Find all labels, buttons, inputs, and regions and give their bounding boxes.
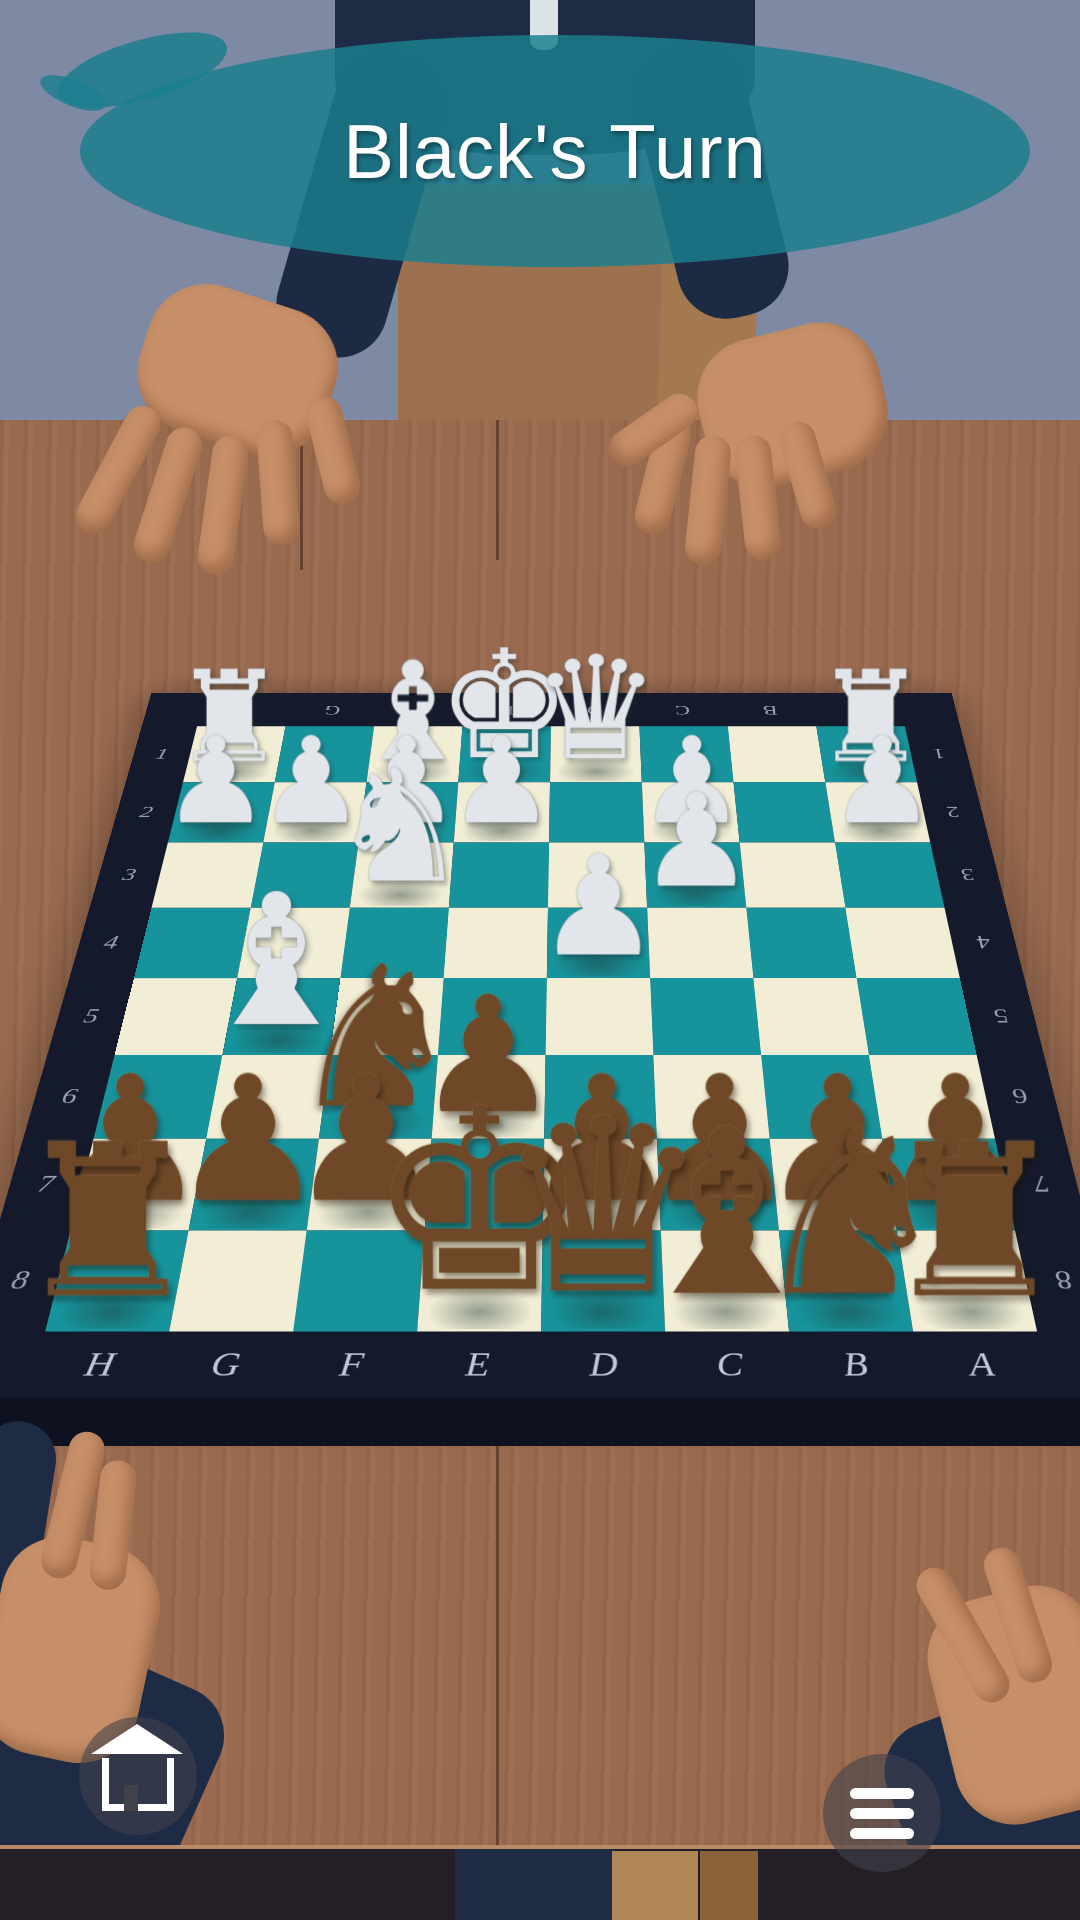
- board-frame-front-face: [0, 1398, 1080, 1446]
- file-labels-far: HGFEDCBA: [198, 697, 905, 723]
- square-b4[interactable]: [746, 908, 856, 979]
- piece-white-pawn-h2[interactable]: ♟: [162, 721, 269, 841]
- chessboard[interactable]: ♜♝♚♛♜♟♟♟♟♟♟♞♟♟♝♞♟♟♟♟♟♟♟♟♜♚♛♝♞♜: [45, 726, 1037, 1331]
- coord-label: 3: [936, 843, 1000, 908]
- coord-label: H: [198, 697, 291, 723]
- coord-label: 3: [96, 843, 162, 908]
- square-c4[interactable]: [647, 908, 753, 979]
- coord-label: A: [812, 697, 905, 723]
- menu-button[interactable]: [823, 1754, 941, 1872]
- chair-leg: [700, 1851, 758, 1920]
- coord-label: E: [413, 1337, 541, 1392]
- coord-label: B: [790, 1337, 923, 1392]
- coord-label: G: [158, 1337, 293, 1392]
- coord-label: 4: [76, 908, 146, 979]
- square-d1[interactable]: ♛: [550, 726, 642, 782]
- coord-label: C: [638, 697, 727, 723]
- turn-banner: Black's Turn: [80, 35, 1030, 267]
- chess-3d-app-screen: HGFEDCBA HGFEDCBA 12345678 12345678 ♜♝♚♛…: [0, 0, 1080, 1920]
- coord-label: A: [914, 1337, 1050, 1392]
- coord-label: G: [286, 697, 378, 723]
- coord-label: D: [540, 1337, 667, 1392]
- board-frame: HGFEDCBA HGFEDCBA 12345678 12345678 ♜♝♚♛…: [0, 693, 1080, 1400]
- coord-label: F: [374, 697, 464, 723]
- file-labels-near: HGFEDCBA: [30, 1337, 1050, 1392]
- player-leg: [455, 1849, 615, 1920]
- coord-label: C: [665, 1337, 795, 1392]
- coord-label: 4: [951, 908, 1018, 979]
- hamburger-icon: [850, 1788, 914, 1839]
- square-d4[interactable]: ♟: [547, 908, 650, 979]
- square-a4[interactable]: [845, 908, 960, 979]
- square-f3[interactable]: ♞: [350, 843, 454, 908]
- turn-banner-text: Black's Turn: [343, 108, 767, 195]
- home-icon: [102, 1758, 174, 1811]
- coord-label: D: [551, 697, 639, 723]
- coord-label: B: [725, 697, 816, 723]
- home-button[interactable]: [79, 1717, 197, 1835]
- coord-label: E: [463, 697, 552, 723]
- square-a2[interactable]: ♟: [825, 782, 930, 842]
- chair-leg: [612, 1851, 698, 1920]
- square-h8[interactable]: ♜: [45, 1231, 188, 1332]
- coord-label: H: [30, 1337, 168, 1392]
- coord-label: F: [285, 1337, 417, 1392]
- square-a8[interactable]: ♜: [897, 1231, 1037, 1332]
- square-b3[interactable]: [740, 843, 846, 908]
- square-a3[interactable]: [835, 843, 945, 908]
- piece-black-rook-h8[interactable]: ♜: [13, 1116, 203, 1328]
- piece-white-pawn-d4[interactable]: ♟: [536, 837, 660, 976]
